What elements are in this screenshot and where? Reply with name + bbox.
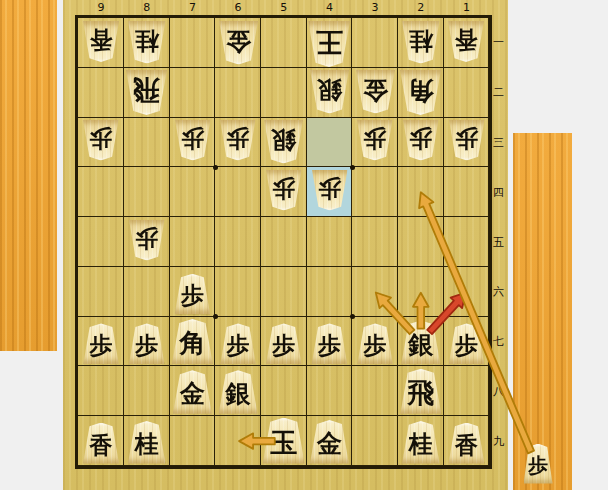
square-56[interactable] [261,267,307,317]
square-84[interactable] [124,167,170,217]
piece-kanji: 歩 [90,330,113,361]
square-79[interactable] [170,416,216,466]
piece-kanji: 桂 [135,24,159,56]
square-38[interactable] [352,366,398,416]
piece-kanji: 銀 [226,377,251,410]
piece-kanji: 角 [408,73,434,108]
square-64[interactable] [215,167,261,217]
piece-kanji: 歩 [364,123,387,154]
file-label-7: 7 [185,1,199,15]
board-layer: 987654321一二三四五六七八九香桂金王桂香飛銀金角歩歩歩銀歩歩歩歩歩歩歩歩… [0,0,608,490]
piece-kanji: 歩 [455,123,478,154]
square-66[interactable] [215,267,261,317]
rank-label-7: 七 [490,334,507,349]
file-label-6: 6 [231,1,245,15]
piece-kanji: 金 [363,74,388,107]
piece-kanji: 香 [90,430,113,461]
square-36[interactable] [352,267,398,317]
piece-kanji: 歩 [227,330,250,361]
piece-kanji: 銀 [271,123,296,156]
star-point [350,314,355,319]
piece-kanji: 飛 [407,375,434,411]
star-point [350,165,355,170]
file-label-9: 9 [94,1,108,15]
square-31[interactable] [352,18,398,68]
rank-label-2: 二 [490,85,507,100]
square-45[interactable] [307,217,353,267]
piece-kanji: 飛 [133,73,160,109]
square-74[interactable] [170,167,216,217]
piece-kanji: 歩 [181,123,204,154]
piece-kanji: 角 [179,326,205,361]
square-43[interactable] [307,118,353,168]
square-39[interactable] [352,416,398,466]
square-15[interactable] [444,217,490,267]
square-26[interactable] [398,267,444,317]
piece-kanji: 歩 [135,330,158,361]
square-83[interactable] [124,118,170,168]
hand-piece-black-pawn[interactable]: 歩 [524,444,553,484]
piece-kanji: 桂 [135,428,159,460]
rank-label-3: 三 [490,135,507,150]
square-16[interactable] [444,267,490,317]
square-88[interactable] [124,366,170,416]
square-86[interactable] [124,267,170,317]
rank-label-9: 九 [490,434,507,449]
square-75[interactable] [170,217,216,267]
square-34[interactable] [352,167,398,217]
piece-kanji: 歩 [318,330,341,361]
square-62[interactable] [215,68,261,118]
piece-kanji: 銀 [408,328,433,361]
file-label-1: 1 [459,1,473,15]
rank-label-6: 六 [490,284,507,299]
star-point [213,165,218,170]
square-65[interactable] [215,217,261,267]
piece-kanji: 金 [317,427,342,460]
piece-kanji: 玉 [270,425,297,461]
piece-kanji: 香 [90,24,113,55]
square-58[interactable] [261,366,307,416]
square-72[interactable] [170,68,216,118]
square-69[interactable] [215,416,261,466]
square-98[interactable] [78,366,124,416]
piece-kanji: 歩 [181,280,204,311]
piece-kanji: 桂 [409,428,433,460]
square-48[interactable] [307,366,353,416]
square-12[interactable] [444,68,490,118]
file-label-2: 2 [414,1,428,15]
square-52[interactable] [261,68,307,118]
piece-kanji: 金 [226,24,251,57]
piece-kanji: 歩 [455,330,478,361]
star-point [213,314,218,319]
square-51[interactable] [261,18,307,68]
file-label-4: 4 [322,1,336,15]
square-24[interactable] [398,167,444,217]
piece-kanji: 王 [316,24,343,60]
shogi-app: 987654321一二三四五六七八九香桂金王桂香飛銀金角歩歩歩銀歩歩歩歩歩歩歩歩… [0,0,608,490]
piece-kanji: 歩 [528,452,548,479]
rank-label-1: 一 [490,35,507,50]
square-35[interactable] [352,217,398,267]
piece-kanji: 歩 [272,330,295,361]
piece-kanji: 歩 [364,330,387,361]
square-92[interactable] [78,68,124,118]
piece-kanji: 歩 [135,222,158,253]
square-96[interactable] [78,267,124,317]
file-label-5: 5 [277,1,291,15]
piece-kanji: 香 [455,430,478,461]
piece-kanji: 桂 [409,24,433,56]
piece-kanji: 歩 [318,173,341,204]
piece-kanji: 歩 [409,123,432,154]
file-label-3: 3 [368,1,382,15]
square-46[interactable] [307,267,353,317]
square-94[interactable] [78,167,124,217]
file-label-8: 8 [140,1,154,15]
square-55[interactable] [261,217,307,267]
piece-kanji: 銀 [317,74,342,107]
piece-kanji: 金 [180,377,205,410]
piece-kanji: 香 [455,24,478,55]
square-95[interactable] [78,217,124,267]
square-18[interactable] [444,366,490,416]
rank-label-8: 八 [490,384,507,399]
piece-kanji: 歩 [227,123,250,154]
square-71[interactable] [170,18,216,68]
square-25[interactable] [398,217,444,267]
piece-kanji: 歩 [272,173,295,204]
piece-kanji: 歩 [90,123,113,154]
square-14[interactable] [444,167,490,217]
rank-label-4: 四 [490,185,507,200]
rank-label-5: 五 [490,235,507,250]
